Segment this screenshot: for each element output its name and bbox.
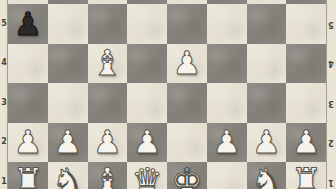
square-f4[interactable] (207, 44, 247, 84)
rank-label-4-right: 4 (326, 59, 336, 67)
square-d3[interactable] (127, 83, 167, 123)
square-h2[interactable]: ♟ (286, 123, 326, 163)
white-pawn[interactable]: ♟ (53, 126, 82, 158)
white-pawn[interactable]: ♟ (212, 126, 241, 158)
white-knight[interactable]: ♞ (251, 164, 282, 189)
square-h1[interactable]: ♜ (286, 162, 326, 189)
white-rook[interactable]: ♜ (12, 164, 43, 189)
square-f5[interactable] (207, 4, 247, 44)
square-h5[interactable] (286, 4, 326, 44)
square-c2[interactable]: ♟ (88, 123, 128, 163)
white-pawn[interactable]: ♟ (133, 126, 162, 158)
square-c1[interactable]: ♝ (88, 162, 128, 189)
square-e5[interactable] (167, 4, 207, 44)
square-f3[interactable] (207, 83, 247, 123)
square-d1[interactable]: ♛ (127, 162, 167, 189)
rank-label-5-right: 5 (326, 20, 336, 28)
square-f1[interactable] (207, 162, 247, 189)
square-g1[interactable]: ♞ (247, 162, 287, 189)
square-a1[interactable]: ♜ (8, 162, 48, 189)
square-e3[interactable] (167, 83, 207, 123)
white-bishop[interactable]: ♝ (92, 164, 123, 189)
square-h3[interactable] (286, 83, 326, 123)
square-a4[interactable] (8, 44, 48, 84)
white-pawn[interactable]: ♟ (14, 126, 43, 158)
rank-label-3-left: 3 (0, 99, 8, 107)
square-g2[interactable]: ♟ (247, 123, 287, 163)
rank-label-5-left: 5 (0, 20, 8, 28)
white-queen[interactable]: ♛ (131, 164, 162, 189)
square-g3[interactable] (247, 83, 287, 123)
square-e1[interactable]: ♚ (167, 162, 207, 189)
board-grid: ♟♝♟♟♟♟♟♟♟♟♜♞♝♛♚♞♜ (8, 0, 326, 189)
rank-label-4-left: 4 (0, 59, 8, 67)
square-e4[interactable]: ♟ (167, 44, 207, 84)
rank-label-3-right: 3 (326, 99, 336, 107)
square-h4[interactable] (286, 44, 326, 84)
white-knight[interactable]: ♞ (52, 164, 83, 189)
white-pawn[interactable]: ♟ (173, 47, 202, 79)
square-c5[interactable] (88, 4, 128, 44)
rank-label-1-left: 1 (0, 178, 8, 186)
white-king[interactable]: ♚ (171, 164, 202, 189)
rank-label-2-right: 2 (326, 138, 336, 146)
square-b2[interactable]: ♟ (48, 123, 88, 163)
square-b4[interactable] (48, 44, 88, 84)
square-b5[interactable] (48, 4, 88, 44)
rank-coordinates-right: 54321 (326, 0, 336, 189)
white-pawn[interactable]: ♟ (292, 126, 321, 158)
square-c4[interactable]: ♝ (88, 44, 128, 84)
rank-label-1-right: 1 (326, 178, 336, 186)
square-a2[interactable]: ♟ (8, 123, 48, 163)
square-d5[interactable] (127, 4, 167, 44)
chessboard: ♟♝♟♟♟♟♟♟♟♟♜♞♝♛♚♞♜ 54321 54321 (0, 0, 336, 189)
square-a5[interactable]: ♟ (8, 4, 48, 44)
square-g4[interactable] (247, 44, 287, 84)
black-pawn[interactable]: ♟ (14, 8, 43, 40)
square-e2[interactable] (167, 123, 207, 163)
square-c3[interactable] (88, 83, 128, 123)
square-b3[interactable] (48, 83, 88, 123)
white-pawn[interactable]: ♟ (252, 126, 281, 158)
square-a3[interactable] (8, 83, 48, 123)
white-bishop[interactable]: ♝ (92, 46, 123, 81)
white-rook[interactable]: ♜ (290, 164, 321, 189)
square-f2[interactable]: ♟ (207, 123, 247, 163)
rank-coordinates-left: 54321 (0, 0, 8, 189)
rank-label-2-left: 2 (0, 138, 8, 146)
square-d4[interactable] (127, 44, 167, 84)
square-g5[interactable] (247, 4, 287, 44)
square-b1[interactable]: ♞ (48, 162, 88, 189)
square-d2[interactable]: ♟ (127, 123, 167, 163)
white-pawn[interactable]: ♟ (93, 126, 122, 158)
